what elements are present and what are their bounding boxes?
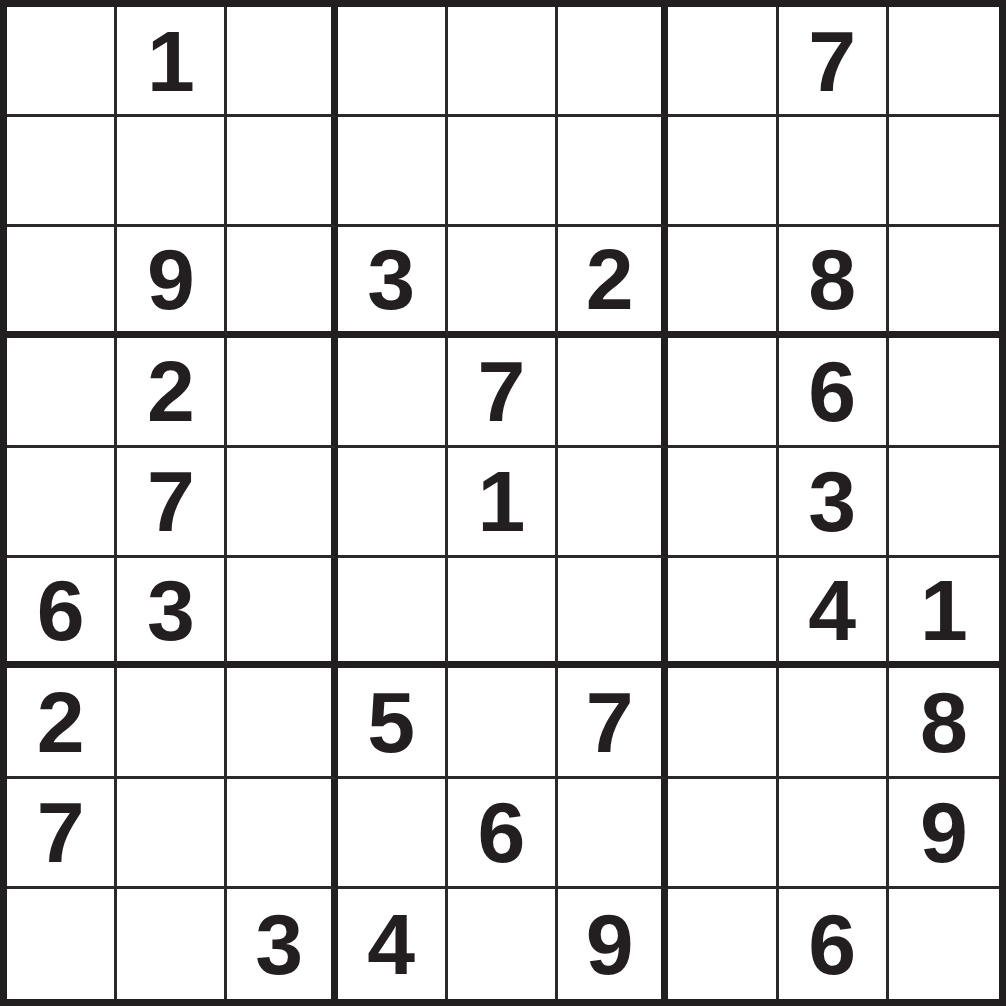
sudoku-cell-r1c3-empty[interactable] xyxy=(227,7,337,117)
sudoku-cell-r4c6-empty[interactable] xyxy=(558,338,668,448)
sudoku-cell-r9c2-empty[interactable] xyxy=(117,889,227,999)
sudoku-cell-r4c4-empty[interactable] xyxy=(338,338,448,448)
sudoku-board: 1 7 9 3 2 8 2 7 6 7 1 3 63 412 5 7 87 6 … xyxy=(0,0,1006,1006)
sudoku-cell-r3c7-empty[interactable] xyxy=(668,227,778,337)
sudoku-cell-r4c2-given[interactable]: 2 xyxy=(117,338,227,448)
sudoku-cell-r2c4-empty[interactable] xyxy=(338,117,448,227)
sudoku-cell-r9c7-empty[interactable] xyxy=(668,889,778,999)
sudoku-cell-r6c6-empty[interactable] xyxy=(558,558,668,668)
sudoku-cell-r3c6-given[interactable]: 2 xyxy=(558,227,668,337)
sudoku-cell-r7c6-given[interactable]: 7 xyxy=(558,668,668,778)
sudoku-cell-r9c4-given[interactable]: 4 xyxy=(338,889,448,999)
sudoku-cell-r2c7-empty[interactable] xyxy=(668,117,778,227)
sudoku-cell-r5c1-empty[interactable] xyxy=(7,448,117,558)
sudoku-cell-r5c2-given[interactable]: 7 xyxy=(117,448,227,558)
sudoku-cell-r7c1-given[interactable]: 2 xyxy=(7,668,117,778)
sudoku-cell-r1c9-empty[interactable] xyxy=(889,7,999,117)
sudoku-cell-r5c6-empty[interactable] xyxy=(558,448,668,558)
sudoku-cell-r4c3-empty[interactable] xyxy=(227,338,337,448)
sudoku-cell-r1c1-empty[interactable] xyxy=(7,7,117,117)
sudoku-cell-r3c3-empty[interactable] xyxy=(227,227,337,337)
sudoku-cell-r6c7-empty[interactable] xyxy=(668,558,778,668)
sudoku-cell-r6c9-given[interactable]: 1 xyxy=(889,558,999,668)
sudoku-cell-r3c5-empty[interactable] xyxy=(448,227,558,337)
sudoku-cell-r3c9-empty[interactable] xyxy=(889,227,999,337)
sudoku-cell-r3c1-empty[interactable] xyxy=(7,227,117,337)
sudoku-cell-r1c2-given[interactable]: 1 xyxy=(117,7,227,117)
sudoku-cell-r5c9-empty[interactable] xyxy=(889,448,999,558)
sudoku-cell-r9c5-empty[interactable] xyxy=(448,889,558,999)
sudoku-cell-r3c8-given[interactable]: 8 xyxy=(779,227,889,337)
sudoku-cell-r2c1-empty[interactable] xyxy=(7,117,117,227)
sudoku-cell-r1c5-empty[interactable] xyxy=(448,7,558,117)
sudoku-cell-r9c3-given[interactable]: 3 xyxy=(227,889,337,999)
sudoku-cell-r9c6-given[interactable]: 9 xyxy=(558,889,668,999)
sudoku-cell-r4c9-empty[interactable] xyxy=(889,338,999,448)
sudoku-cell-r6c2-given[interactable]: 3 xyxy=(117,558,227,668)
sudoku-cell-r5c7-empty[interactable] xyxy=(668,448,778,558)
sudoku-cell-r3c4-given[interactable]: 3 xyxy=(338,227,448,337)
sudoku-cell-r2c2-empty[interactable] xyxy=(117,117,227,227)
sudoku-cell-r3c2-given[interactable]: 9 xyxy=(117,227,227,337)
sudoku-cell-r7c7-empty[interactable] xyxy=(668,668,778,778)
sudoku-cell-r6c8-given[interactable]: 4 xyxy=(779,558,889,668)
sudoku-cell-r5c8-given[interactable]: 3 xyxy=(779,448,889,558)
sudoku-cell-r8c7-empty[interactable] xyxy=(668,779,778,889)
sudoku-cell-r8c4-empty[interactable] xyxy=(338,779,448,889)
sudoku-cell-r4c5-given[interactable]: 7 xyxy=(448,338,558,448)
sudoku-cell-r1c7-empty[interactable] xyxy=(668,7,778,117)
sudoku-cell-r7c5-empty[interactable] xyxy=(448,668,558,778)
sudoku-cell-r8c2-empty[interactable] xyxy=(117,779,227,889)
sudoku-cell-r9c8-given[interactable]: 6 xyxy=(779,889,889,999)
sudoku-cell-r8c1-given[interactable]: 7 xyxy=(7,779,117,889)
sudoku-cell-r8c6-empty[interactable] xyxy=(558,779,668,889)
sudoku-cell-r2c8-empty[interactable] xyxy=(779,117,889,227)
sudoku-cell-r4c8-given[interactable]: 6 xyxy=(779,338,889,448)
sudoku-cell-r2c3-empty[interactable] xyxy=(227,117,337,227)
sudoku-cell-r2c6-empty[interactable] xyxy=(558,117,668,227)
sudoku-cell-r4c7-empty[interactable] xyxy=(668,338,778,448)
sudoku-cell-r6c1-given[interactable]: 6 xyxy=(7,558,117,668)
sudoku-cell-r8c8-empty[interactable] xyxy=(779,779,889,889)
sudoku-cell-r2c5-empty[interactable] xyxy=(448,117,558,227)
sudoku-cell-r7c4-given[interactable]: 5 xyxy=(338,668,448,778)
sudoku-cell-r7c8-empty[interactable] xyxy=(779,668,889,778)
sudoku-cell-r6c5-empty[interactable] xyxy=(448,558,558,668)
sudoku-cell-r7c2-empty[interactable] xyxy=(117,668,227,778)
sudoku-cell-r1c6-empty[interactable] xyxy=(558,7,668,117)
sudoku-cell-r1c4-empty[interactable] xyxy=(338,7,448,117)
sudoku-cell-r7c9-given[interactable]: 8 xyxy=(889,668,999,778)
sudoku-cell-r7c3-empty[interactable] xyxy=(227,668,337,778)
sudoku-cell-r2c9-empty[interactable] xyxy=(889,117,999,227)
sudoku-cell-r5c5-given[interactable]: 1 xyxy=(448,448,558,558)
sudoku-cell-r9c1-empty[interactable] xyxy=(7,889,117,999)
sudoku-cell-r8c5-given[interactable]: 6 xyxy=(448,779,558,889)
sudoku-cell-r8c9-given[interactable]: 9 xyxy=(889,779,999,889)
sudoku-cell-r9c9-empty[interactable] xyxy=(889,889,999,999)
sudoku-cell-r6c4-empty[interactable] xyxy=(338,558,448,668)
sudoku-cell-r8c3-empty[interactable] xyxy=(227,779,337,889)
sudoku-cell-r4c1-empty[interactable] xyxy=(7,338,117,448)
sudoku-cell-r5c3-empty[interactable] xyxy=(227,448,337,558)
sudoku-cell-r1c8-given[interactable]: 7 xyxy=(779,7,889,117)
sudoku-cell-r6c3-empty[interactable] xyxy=(227,558,337,668)
sudoku-cell-r5c4-empty[interactable] xyxy=(338,448,448,558)
